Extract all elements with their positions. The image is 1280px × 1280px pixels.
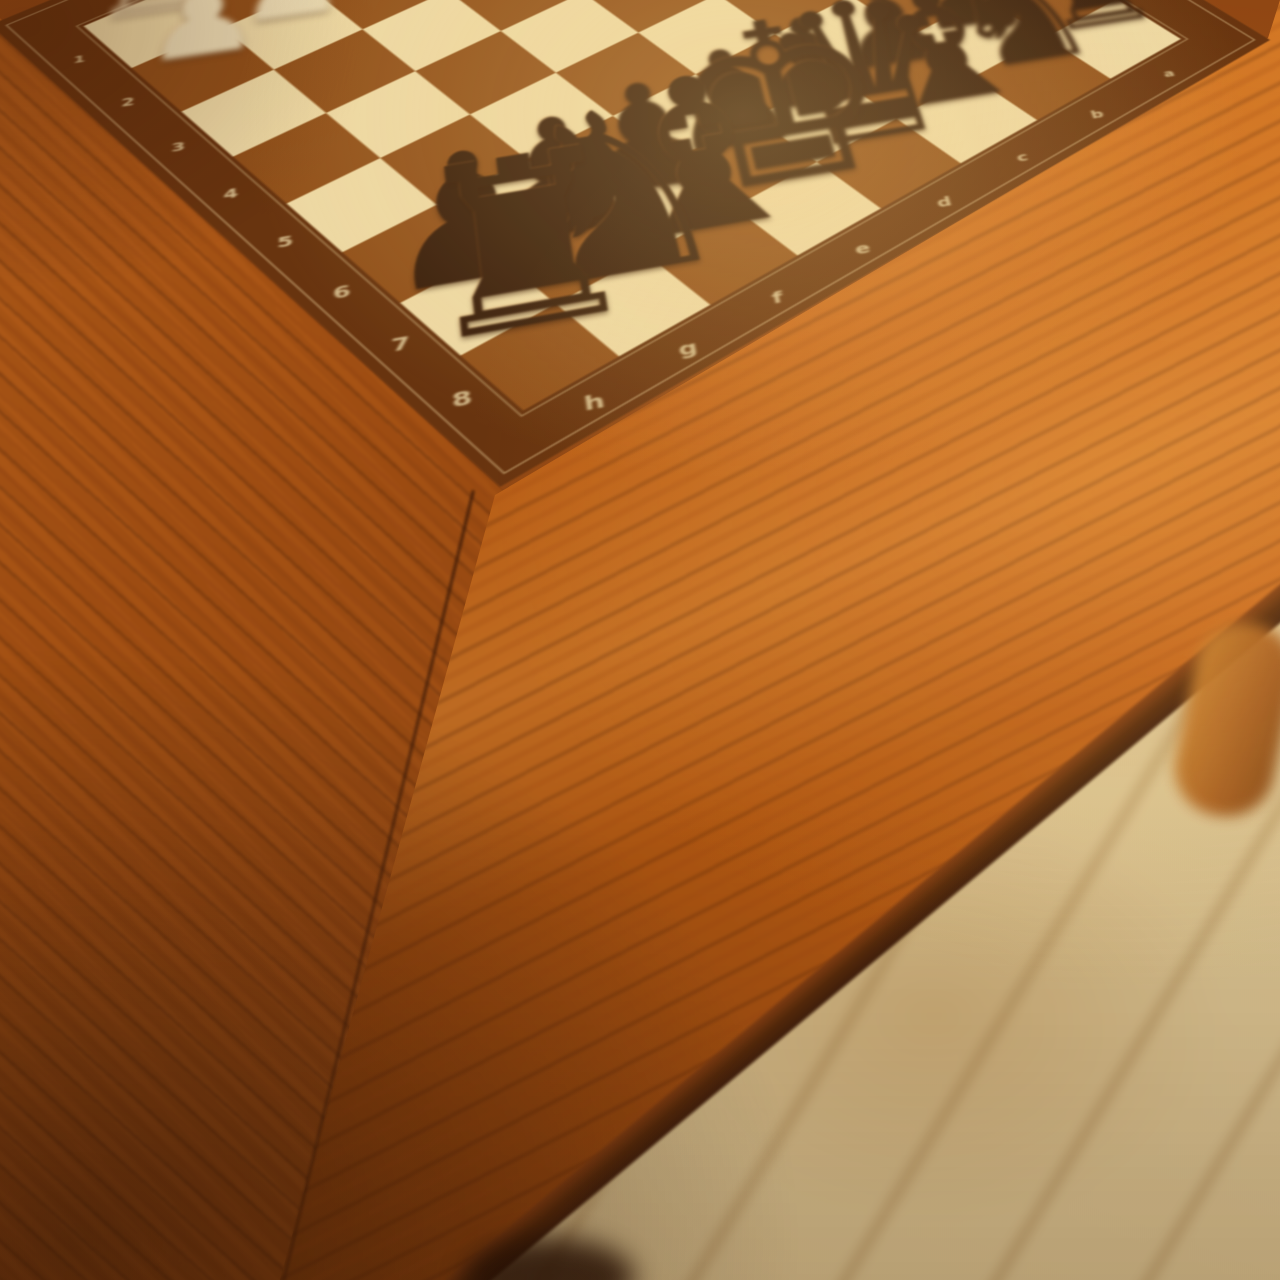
file-label-c: c bbox=[1003, 145, 1042, 169]
file-label-b: b bbox=[1078, 103, 1117, 126]
rank-label-2: 2 bbox=[110, 91, 146, 114]
file-label-e: e bbox=[842, 236, 882, 262]
rank-label-3: 3 bbox=[160, 135, 196, 159]
file-label-a: a bbox=[1150, 62, 1188, 84]
piece-black-rook-h8[interactable]: ♜ bbox=[401, 119, 656, 378]
rank-label-5: 5 bbox=[266, 229, 304, 255]
rank-label-4: 4 bbox=[212, 181, 249, 206]
file-label-h: h bbox=[573, 388, 615, 418]
file-label-d: d bbox=[924, 190, 964, 215]
chess-table-photo: ♜♞♝♛♚♝♞♜♟♟♟♟♟♟♟♟♟♟♟♟♟♟♟♟♜♞♝♛♚♝♞♜ abcdefg… bbox=[0, 0, 1280, 1280]
rank-label-6: 6 bbox=[322, 279, 361, 306]
file-label-f: f bbox=[757, 284, 798, 311]
rank-label-1: 1 bbox=[61, 48, 97, 70]
file-label-g: g bbox=[667, 335, 708, 363]
piece-white-pawn-h2[interactable]: ♟ bbox=[142, 0, 263, 78]
